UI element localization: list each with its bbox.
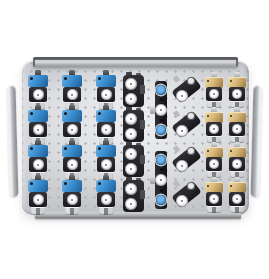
double-clamp: [122, 142, 146, 178]
rod-bar: [153, 81, 169, 139]
blue-clamp: [95, 175, 117, 215]
diagonal-clamp: [173, 108, 201, 142]
instrument-tray-photo: [0, 0, 269, 279]
blue-clamp: [27, 175, 49, 215]
gold-clamp: [204, 177, 224, 213]
double-clamp: [122, 72, 146, 108]
blue-clamp: [61, 140, 83, 180]
diagonal-clamp: [173, 143, 201, 177]
diagonal-clamp: [173, 73, 201, 107]
blue-clamp: [27, 70, 49, 110]
diagonal-clamp: [173, 178, 201, 212]
double-clamp: [122, 107, 146, 143]
gold-clamp: [227, 142, 247, 178]
gold-clamp: [204, 107, 224, 143]
tray-top-rail: [33, 57, 238, 67]
gold-clamp: [227, 107, 247, 143]
blue-clamp: [95, 70, 117, 110]
blue-clamp: [61, 105, 83, 145]
rod-bar: [153, 151, 169, 209]
gold-clamp: [204, 142, 224, 178]
blue-clamp: [61, 175, 83, 215]
blue-clamp: [95, 140, 117, 180]
clamp-grid: [0, 0, 269, 279]
gold-clamp: [227, 177, 247, 213]
blue-clamp: [61, 70, 83, 110]
blue-clamp: [27, 105, 49, 145]
blue-clamp: [95, 105, 117, 145]
blue-clamp: [27, 140, 49, 180]
gold-clamp: [227, 72, 247, 108]
double-clamp: [122, 177, 146, 213]
gold-clamp: [204, 72, 224, 108]
